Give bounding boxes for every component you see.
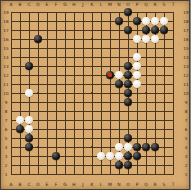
row-label-4: 4 <box>182 143 191 152</box>
stone-black-O12 <box>124 71 133 80</box>
stone-white-S18 <box>160 17 169 26</box>
stone-white-C6 <box>25 125 34 134</box>
col-label-F: F <box>52 182 61 188</box>
stone-black-O11 <box>124 80 133 89</box>
stone-white-C10 <box>25 89 34 98</box>
star-point-K4 <box>91 146 94 149</box>
col-label-Q: Q <box>142 182 151 188</box>
stone-black-M12 <box>106 71 115 80</box>
stone-black-P18 <box>133 17 142 26</box>
stone-white-P12 <box>133 71 142 80</box>
last-move-marker <box>108 73 111 76</box>
stone-black-C4 <box>25 143 34 152</box>
stone-black-N18 <box>115 17 124 26</box>
col-label-L: L <box>97 182 106 188</box>
row-label-5: 5 <box>182 134 191 143</box>
row-label-8: 8 <box>182 107 191 116</box>
stone-white-O4 <box>124 143 133 152</box>
stone-white-R16 <box>151 35 160 44</box>
stone-black-Q4 <box>142 143 151 152</box>
row-label-11: 11 <box>182 80 191 89</box>
col-label-A: A <box>7 182 16 188</box>
col-label-M: M <box>106 182 115 188</box>
col-label-S: S <box>160 182 169 188</box>
col-label-E: E <box>43 182 52 188</box>
col-label-O: O <box>124 182 133 188</box>
stone-black-R4 <box>151 143 160 152</box>
stone-white-L3 <box>97 152 106 161</box>
row-label-6: 6 <box>182 125 191 134</box>
row-label-3: 3 <box>182 152 191 161</box>
col-label-H: H <box>70 182 79 188</box>
stone-black-O5 <box>124 134 133 143</box>
star-point-K10 <box>91 92 94 95</box>
col-label-P: P <box>133 182 142 188</box>
col-label-J: J <box>79 182 88 188</box>
stone-black-O19 <box>124 8 133 17</box>
stone-black-R17 <box>151 26 160 35</box>
stone-black-O2 <box>124 161 133 170</box>
col-label-R: R <box>151 182 160 188</box>
stone-black-O17 <box>124 26 133 35</box>
row-label-16: 16 <box>182 35 191 44</box>
col-label-T: T <box>169 182 178 188</box>
stone-black-D16 <box>34 35 43 44</box>
stone-white-N12 <box>115 71 124 80</box>
stone-black-B6 <box>16 125 25 134</box>
stone-black-O3 <box>124 152 133 161</box>
row-label-19: 19 <box>182 8 191 17</box>
row-label-18: 18 <box>182 17 191 26</box>
stone-black-C13 <box>25 62 34 71</box>
row-label-7: 7 <box>182 116 191 125</box>
stone-white-N4 <box>115 143 124 152</box>
stone-white-P13 <box>133 62 142 71</box>
stone-black-N11 <box>115 80 124 89</box>
stone-black-S17 <box>160 26 169 35</box>
column-labels-bottom: ABCDEFGHJKLMNOPQRST <box>7 182 178 188</box>
row-label-15: 15 <box>182 44 191 53</box>
row-label-9: 9 <box>182 98 191 107</box>
stone-black-F3 <box>52 152 61 161</box>
stone-black-O13 <box>124 62 133 71</box>
go-board[interactable] <box>7 8 178 179</box>
row-label-2: 2 <box>182 161 191 170</box>
stone-white-N3 <box>115 152 124 161</box>
row-label-13: 13 <box>182 62 191 71</box>
stone-white-C7 <box>25 116 34 125</box>
star-point-K16 <box>91 38 94 41</box>
col-label-N: N <box>115 182 124 188</box>
stone-white-P16 <box>133 35 142 44</box>
stone-black-N2 <box>115 161 124 170</box>
col-label-C: C <box>25 182 34 188</box>
stone-white-B7 <box>16 116 25 125</box>
col-label-D: D <box>34 182 43 188</box>
stone-black-O9 <box>124 98 133 107</box>
stone-white-P14 <box>133 53 142 62</box>
stone-white-Q18 <box>142 17 151 26</box>
col-label-B: B <box>16 182 25 188</box>
col-label-K: K <box>88 182 97 188</box>
row-label-17: 17 <box>182 26 191 35</box>
stone-black-P4 <box>133 143 142 152</box>
row-label-12: 12 <box>182 71 191 80</box>
col-label-G: G <box>61 182 70 188</box>
stone-black-C5 <box>25 134 34 143</box>
go-board-app: ABCDEFGHJKLMNOPQRST ABCDEFGHJKLMNOPQRST … <box>0 0 190 190</box>
stone-white-R18 <box>151 17 160 26</box>
row-labels-right: 19181716151413121110987654321 <box>182 8 191 179</box>
stone-white-M3 <box>106 152 115 161</box>
star-point-D10 <box>37 92 40 95</box>
stone-white-P11 <box>133 80 142 89</box>
stone-black-O10 <box>124 89 133 98</box>
star-point-Q10 <box>145 92 148 95</box>
star-point-D4 <box>37 146 40 149</box>
stone-black-Q17 <box>142 26 151 35</box>
row-label-1: 1 <box>182 170 191 179</box>
stone-black-P3 <box>133 152 142 161</box>
row-label-14: 14 <box>182 53 191 62</box>
row-label-10: 10 <box>182 89 191 98</box>
stone-white-Q16 <box>142 35 151 44</box>
